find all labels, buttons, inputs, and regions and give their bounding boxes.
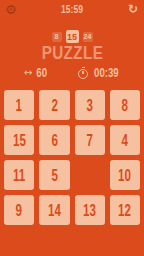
tile-8[interactable]: 8: [110, 90, 140, 120]
system-clock: 15:59: [58, 3, 86, 16]
tile-number: 3: [86, 97, 92, 114]
tile-1[interactable]: 1: [4, 90, 34, 120]
moves-value: 60: [37, 66, 48, 80]
size-option-24[interactable]: 24: [83, 32, 93, 42]
empty-cell: [75, 160, 105, 190]
tile-number: 14: [48, 202, 61, 219]
tile-number: 9: [16, 202, 22, 219]
stopwatch-icon: [78, 69, 88, 79]
board: 123815674115109141312: [4, 90, 140, 225]
moves-counter: ↔ 60: [24, 66, 49, 80]
tile-13[interactable]: 13: [75, 195, 105, 225]
tile-number: 13: [83, 202, 96, 219]
tile-number: 1: [16, 97, 22, 114]
status-bar: ⚙ 15:59 ↻: [0, 0, 144, 21]
timer: 00:39: [78, 66, 122, 80]
tile-number: 2: [51, 97, 57, 114]
tile-number: 10: [118, 167, 131, 184]
tile-number: 12: [118, 202, 131, 219]
tile-12[interactable]: 12: [110, 195, 140, 225]
tile-3[interactable]: 3: [75, 90, 105, 120]
moves-arrow-icon: ↔: [24, 68, 32, 78]
gear-icon[interactable]: ⚙: [5, 3, 17, 16]
stats-row: ↔ 60 00:39: [0, 66, 144, 80]
tile-number: 11: [13, 167, 25, 184]
tile-number: 8: [122, 97, 128, 114]
tile-9[interactable]: 9: [4, 195, 34, 225]
tile-4[interactable]: 4: [110, 125, 140, 155]
tile-5[interactable]: 5: [39, 160, 69, 190]
tile-number: 15: [13, 132, 26, 149]
tile-number: 6: [51, 132, 57, 149]
tile-number: 7: [86, 132, 92, 149]
refresh-icon[interactable]: ↻: [128, 2, 138, 16]
tile-10[interactable]: 10: [110, 160, 140, 190]
tile-6[interactable]: 6: [39, 125, 69, 155]
tile-14[interactable]: 14: [39, 195, 69, 225]
tile-15[interactable]: 15: [4, 125, 34, 155]
timer-value: 00:39: [94, 66, 119, 80]
tile-number: 5: [51, 167, 57, 184]
size-option-8[interactable]: 8: [52, 32, 62, 42]
tile-11[interactable]: 11: [4, 160, 34, 190]
tile-2[interactable]: 2: [39, 90, 69, 120]
page-title: PUZZLE: [41, 44, 103, 62]
tile-7[interactable]: 7: [75, 125, 105, 155]
tile-number: 4: [122, 132, 128, 149]
